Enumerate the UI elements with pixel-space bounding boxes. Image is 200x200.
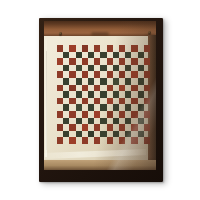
board-cell [82,124,88,131]
board-cell [144,118,150,125]
board-cell [144,137,150,144]
brass-pin-top-right [148,31,151,34]
board-cell [144,131,150,138]
board-cell [82,45,88,52]
board-cell [119,71,125,78]
board-cell [144,78,150,85]
board-cell [76,52,82,59]
brass-pin-top-left [59,32,62,35]
board-cell [107,98,113,105]
board-cell [69,45,75,52]
board-cell [144,52,150,59]
board-cell [94,111,100,118]
board-cell [144,104,150,111]
board-cell [113,78,119,85]
board-cell [144,111,150,118]
board-cell [144,58,150,65]
board-cell [76,104,82,111]
shadowbox-frame [39,18,163,182]
board-cell [144,85,150,92]
board-cell [57,124,63,131]
board-cell [144,91,150,98]
board-cell [144,65,150,72]
board-cell [144,45,150,52]
board-cell [144,98,150,105]
board-cell [69,85,75,92]
board-cell [113,118,119,125]
board-cell [119,85,125,92]
mat-left-shadow-line [46,51,47,150]
board-cell [131,71,137,78]
board-cell [144,71,150,78]
board-mat [44,36,148,160]
frame-bottom-inner-lip [44,160,156,170]
board-cell [69,137,75,144]
board-cell [76,65,82,72]
board-cell [144,124,150,131]
board-cell [88,131,94,138]
board-cell [107,111,113,118]
photo-background [0,0,200,200]
board-cell [138,104,144,111]
checkerboard [57,45,150,144]
board-cell [57,58,63,65]
shadowbox-interior [44,21,156,170]
